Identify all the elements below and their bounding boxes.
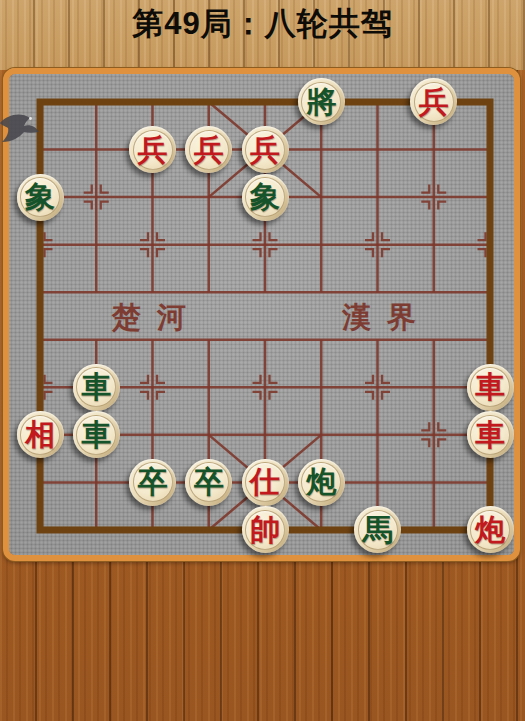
piece-red-soldier-f3r1[interactable]: 兵 (185, 126, 232, 173)
piece-glyph: 相 (25, 420, 55, 450)
piece-red-soldier-f7r0[interactable]: 兵 (410, 78, 457, 125)
page-title: 第49局：八轮共驾 (0, 0, 525, 45)
piece-glyph: 車 (475, 372, 505, 402)
piece-red-cannon-f8r9[interactable]: 炮 (467, 506, 514, 553)
piece-glyph: 仕 (250, 467, 280, 497)
piece-glyph: 炮 (306, 467, 336, 497)
piece-red-advisor-f4r8[interactable]: 仕 (242, 459, 289, 506)
piece-glyph: 將 (306, 87, 336, 117)
piece-green-cannon-f5r8[interactable]: 炮 (298, 459, 345, 506)
piece-green-soldier-f3r8[interactable]: 卒 (185, 459, 232, 506)
piece-glyph: 車 (81, 420, 111, 450)
piece-glyph: 兵 (138, 135, 168, 165)
piece-glyph: 炮 (475, 515, 505, 545)
piece-glyph: 馬 (363, 515, 393, 545)
wood-background-top: 第49局：八轮共驾 (0, 0, 525, 70)
piece-glyph: 象 (25, 182, 55, 212)
app-background: { "title": "第49局：八轮共驾", "game": "xiangqi… (0, 0, 525, 721)
board: 將兵兵兵兵象象車車相車車卒卒仕炮帥馬炮 (12, 78, 518, 553)
piece-glyph: 車 (475, 420, 505, 450)
piece-glyph: 車 (81, 372, 111, 402)
piece-glyph: 卒 (138, 467, 168, 497)
piece-green-elephant-f4r2[interactable]: 象 (242, 174, 289, 221)
piece-glyph: 兵 (250, 135, 280, 165)
piece-green-elephant-f0r2[interactable]: 象 (17, 174, 64, 221)
piece-red-soldier-f4r1[interactable]: 兵 (242, 126, 289, 173)
piece-red-chariot-f8r6[interactable]: 車 (467, 364, 514, 411)
board-frame: 楚河 漢界 將兵兵兵兵象象車車相車車卒卒仕炮帥馬炮 (3, 68, 520, 561)
piece-red-general-f4r9[interactable]: 帥 (242, 506, 289, 553)
piece-green-chariot-f1r7[interactable]: 車 (73, 411, 120, 458)
piece-glyph: 象 (250, 182, 280, 212)
piece-glyph: 兵 (419, 87, 449, 117)
piece-green-soldier-f2r8[interactable]: 卒 (129, 459, 176, 506)
piece-red-elephant-f0r7[interactable]: 相 (17, 411, 64, 458)
piece-red-chariot-f8r7[interactable]: 車 (467, 411, 514, 458)
piece-glyph: 兵 (194, 135, 224, 165)
piece-green-chariot-f1r6[interactable]: 車 (73, 364, 120, 411)
piece-red-soldier-f2r1[interactable]: 兵 (129, 126, 176, 173)
board-cloth: 楚河 漢界 將兵兵兵兵象象車車相車車卒卒仕炮帥馬炮 (9, 74, 514, 555)
piece-glyph: 卒 (194, 467, 224, 497)
piece-green-general-f5r0[interactable]: 將 (298, 78, 345, 125)
piece-glyph: 帥 (250, 515, 280, 545)
piece-green-horse-f6r9[interactable]: 馬 (354, 506, 401, 553)
